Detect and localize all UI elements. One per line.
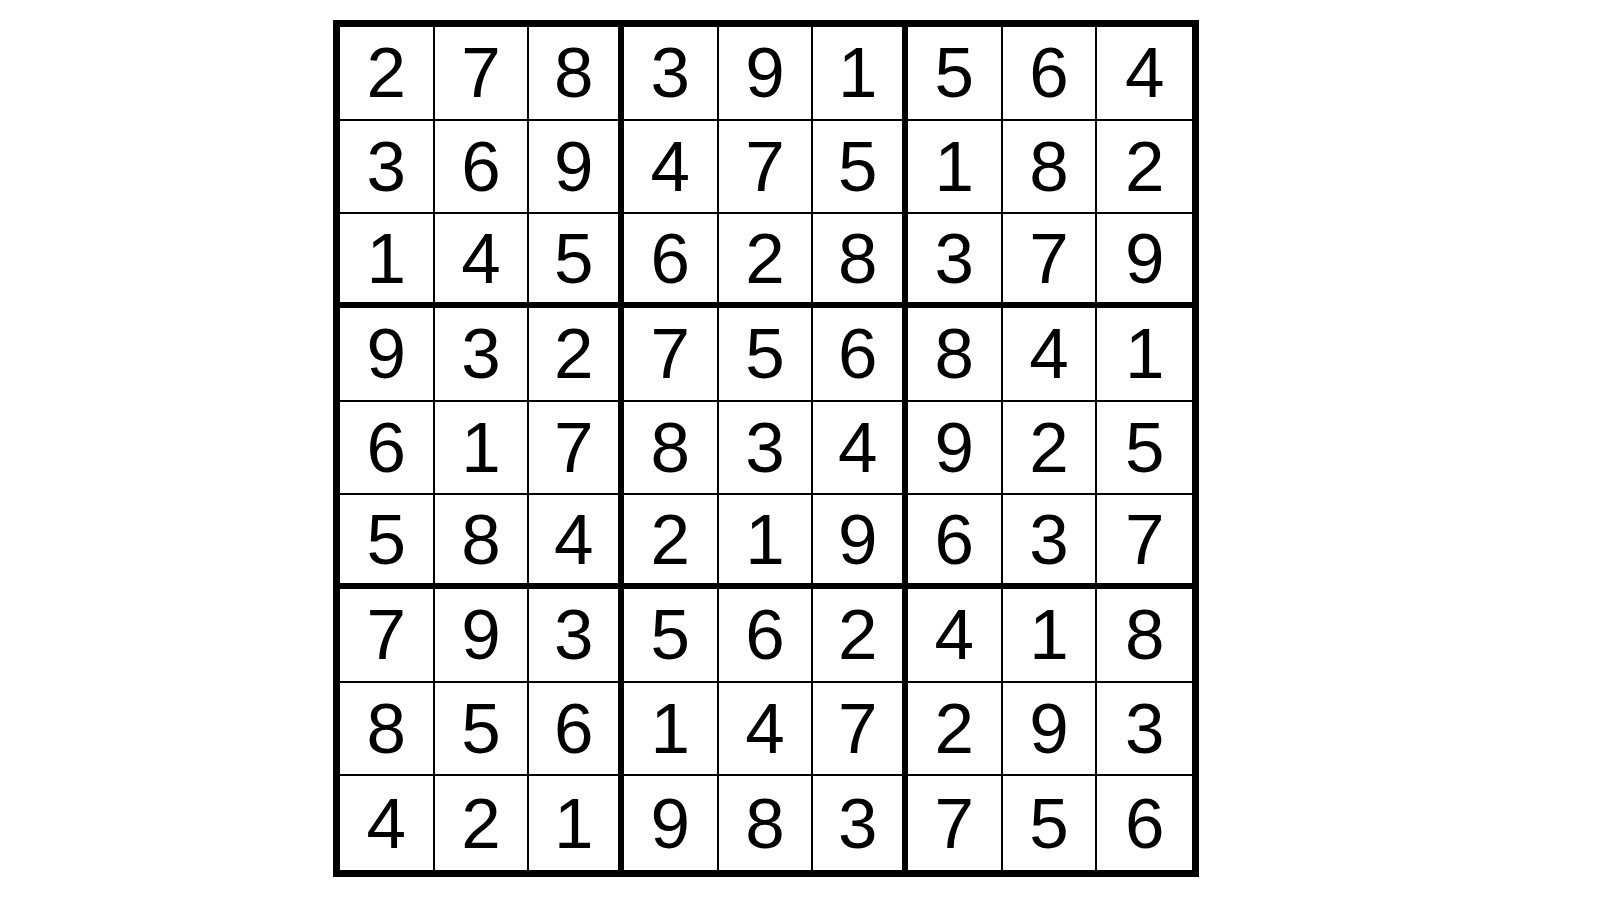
sudoku-cell-r7c5[interactable]: 6 [719, 589, 814, 683]
sudoku-cell-r6c1[interactable]: 5 [340, 495, 435, 589]
sudoku-cell-r3c3[interactable]: 5 [529, 214, 624, 308]
sudoku-cell-r3c4[interactable]: 6 [624, 214, 719, 308]
sudoku-cell-r2c1[interactable]: 3 [340, 121, 435, 215]
sudoku-cell-r1c6[interactable]: 1 [813, 27, 908, 121]
sudoku-cell-r7c1[interactable]: 7 [340, 589, 435, 683]
sudoku-cell-r5c5[interactable]: 3 [719, 402, 814, 496]
sudoku-cell-r8c7[interactable]: 2 [908, 683, 1003, 777]
sudoku-cell-r3c1[interactable]: 1 [340, 214, 435, 308]
sudoku-cell-r6c2[interactable]: 8 [435, 495, 530, 589]
sudoku-cell-r5c2[interactable]: 1 [435, 402, 530, 496]
sudoku-cell-r4c2[interactable]: 3 [435, 308, 530, 402]
sudoku-cell-r4c7[interactable]: 8 [908, 308, 1003, 402]
sudoku-cell-r5c6[interactable]: 4 [813, 402, 908, 496]
sudoku-cell-r9c4[interactable]: 9 [624, 776, 719, 870]
sudoku-cell-r8c8[interactable]: 9 [1003, 683, 1098, 777]
sudoku-cell-r8c6[interactable]: 7 [813, 683, 908, 777]
sudoku-cell-r2c4[interactable]: 4 [624, 121, 719, 215]
sudoku-cell-r9c3[interactable]: 1 [529, 776, 624, 870]
sudoku-cell-r9c6[interactable]: 3 [813, 776, 908, 870]
sudoku-cell-r2c8[interactable]: 8 [1003, 121, 1098, 215]
sudoku-cell-r5c9[interactable]: 5 [1097, 402, 1192, 496]
sudoku-cell-r6c9[interactable]: 7 [1097, 495, 1192, 589]
sudoku-cell-r1c5[interactable]: 9 [719, 27, 814, 121]
sudoku-cell-r9c1[interactable]: 4 [340, 776, 435, 870]
sudoku-cell-r9c5[interactable]: 8 [719, 776, 814, 870]
sudoku-cell-r8c1[interactable]: 8 [340, 683, 435, 777]
sudoku-cell-r7c7[interactable]: 4 [908, 589, 1003, 683]
sudoku-cell-r5c3[interactable]: 7 [529, 402, 624, 496]
sudoku-cell-r8c3[interactable]: 6 [529, 683, 624, 777]
sudoku-board: 2783915643694751821456283799327568416178… [333, 20, 1199, 877]
sudoku-cell-r8c5[interactable]: 4 [719, 683, 814, 777]
sudoku-cell-r3c8[interactable]: 7 [1003, 214, 1098, 308]
sudoku-cell-r6c8[interactable]: 3 [1003, 495, 1098, 589]
sudoku-cell-r6c7[interactable]: 6 [908, 495, 1003, 589]
sudoku-cell-r1c1[interactable]: 2 [340, 27, 435, 121]
sudoku-cell-r1c4[interactable]: 3 [624, 27, 719, 121]
sudoku-cell-r3c5[interactable]: 2 [719, 214, 814, 308]
sudoku-cell-r6c4[interactable]: 2 [624, 495, 719, 589]
sudoku-cell-r2c9[interactable]: 2 [1097, 121, 1192, 215]
sudoku-cell-r6c5[interactable]: 1 [719, 495, 814, 589]
sudoku-cell-r1c9[interactable]: 4 [1097, 27, 1192, 121]
sudoku-cell-r4c9[interactable]: 1 [1097, 308, 1192, 402]
sudoku-cell-r6c3[interactable]: 4 [529, 495, 624, 589]
sudoku-cell-r6c6[interactable]: 9 [813, 495, 908, 589]
sudoku-cell-r3c9[interactable]: 9 [1097, 214, 1192, 308]
sudoku-cell-r2c7[interactable]: 1 [908, 121, 1003, 215]
sudoku-cell-r8c9[interactable]: 3 [1097, 683, 1192, 777]
sudoku-cell-r5c7[interactable]: 9 [908, 402, 1003, 496]
sudoku-cell-r9c8[interactable]: 5 [1003, 776, 1098, 870]
page-background: 2783915643694751821456283799327568416178… [0, 0, 1600, 900]
sudoku-cell-r7c3[interactable]: 3 [529, 589, 624, 683]
sudoku-cell-r2c6[interactable]: 5 [813, 121, 908, 215]
sudoku-cell-r4c8[interactable]: 4 [1003, 308, 1098, 402]
sudoku-cell-r8c2[interactable]: 5 [435, 683, 530, 777]
sudoku-cell-r7c9[interactable]: 8 [1097, 589, 1192, 683]
sudoku-cell-r1c7[interactable]: 5 [908, 27, 1003, 121]
sudoku-cell-r7c6[interactable]: 2 [813, 589, 908, 683]
sudoku-cell-r7c8[interactable]: 1 [1003, 589, 1098, 683]
sudoku-cell-r4c4[interactable]: 7 [624, 308, 719, 402]
sudoku-cell-r5c4[interactable]: 8 [624, 402, 719, 496]
sudoku-cell-r2c3[interactable]: 9 [529, 121, 624, 215]
sudoku-cell-r5c8[interactable]: 2 [1003, 402, 1098, 496]
sudoku-cell-r9c9[interactable]: 6 [1097, 776, 1192, 870]
sudoku-cell-r1c2[interactable]: 7 [435, 27, 530, 121]
sudoku-cell-r5c1[interactable]: 6 [340, 402, 435, 496]
sudoku-cell-r4c3[interactable]: 2 [529, 308, 624, 402]
sudoku-cell-r7c4[interactable]: 5 [624, 589, 719, 683]
sudoku-cell-r8c4[interactable]: 1 [624, 683, 719, 777]
sudoku-cell-r4c6[interactable]: 6 [813, 308, 908, 402]
sudoku-cell-r1c3[interactable]: 8 [529, 27, 624, 121]
sudoku-cell-r4c1[interactable]: 9 [340, 308, 435, 402]
sudoku-cell-r4c5[interactable]: 5 [719, 308, 814, 402]
sudoku-cell-r3c6[interactable]: 8 [813, 214, 908, 308]
sudoku-cell-r1c8[interactable]: 6 [1003, 27, 1098, 121]
sudoku-cell-r2c5[interactable]: 7 [719, 121, 814, 215]
sudoku-cell-r9c7[interactable]: 7 [908, 776, 1003, 870]
sudoku-cell-r9c2[interactable]: 2 [435, 776, 530, 870]
sudoku-cell-r3c7[interactable]: 3 [908, 214, 1003, 308]
sudoku-cell-r3c2[interactable]: 4 [435, 214, 530, 308]
sudoku-cell-r7c2[interactable]: 9 [435, 589, 530, 683]
sudoku-cell-r2c2[interactable]: 6 [435, 121, 530, 215]
